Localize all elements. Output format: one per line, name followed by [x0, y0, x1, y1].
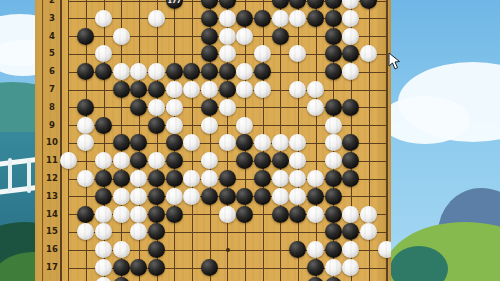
black-stone-c2r6[interactable] [77, 63, 94, 80]
white-stone-c4r6[interactable] [113, 63, 130, 80]
white-stone-c16r9[interactable] [325, 117, 342, 134]
black-stone-c16r6[interactable] [325, 63, 342, 80]
black-stone-c12r11[interactable] [254, 152, 271, 169]
black-stone-c14r16[interactable] [289, 241, 306, 258]
black-stone-c15r17[interactable] [307, 259, 324, 276]
white-stone-c10r3[interactable] [219, 10, 236, 27]
black-stone-c11r11[interactable] [236, 152, 253, 169]
white-stone-c3r3[interactable] [95, 10, 112, 27]
white-stone-c17r4[interactable] [342, 28, 359, 45]
black-stone-c7r11[interactable] [166, 152, 183, 169]
white-stone-c12r7[interactable] [254, 81, 271, 98]
black-stone-c10r7[interactable] [219, 81, 236, 98]
black-stone-c5r7[interactable] [130, 81, 147, 98]
black-stone-c9r3[interactable] [201, 10, 218, 27]
black-stone-c6r15[interactable] [148, 223, 165, 240]
black-stone-c9r17[interactable] [201, 259, 218, 276]
white-stone-c12r10[interactable] [254, 134, 271, 151]
black-stone-c18r2[interactable] [360, 0, 377, 9]
white-stone-c17r3[interactable] [342, 10, 359, 27]
black-stone-c3r9[interactable] [95, 117, 112, 134]
black-stone-c6r9[interactable] [148, 117, 165, 134]
black-stone-c16r15[interactable] [325, 223, 342, 240]
white-stone-c8r7[interactable] [183, 81, 200, 98]
white-stone-c9r7[interactable] [201, 81, 218, 98]
black-stone-c16r16[interactable] [325, 241, 342, 258]
black-stone-c16r13[interactable] [325, 188, 342, 205]
black-stone-c12r13[interactable] [254, 188, 271, 205]
black-stone-c9r4[interactable] [201, 28, 218, 45]
white-stone-c6r3[interactable] [148, 10, 165, 27]
white-stone-c3r14[interactable] [95, 206, 112, 223]
black-stone-c14r14[interactable] [289, 206, 306, 223]
white-stone-c4r11[interactable] [113, 152, 130, 169]
white-stone-c3r15[interactable] [95, 223, 112, 240]
white-stone-c3r17[interactable] [95, 259, 112, 276]
white-stone-c2r15[interactable] [77, 223, 94, 240]
row-label-9: 9 [43, 120, 61, 131]
row-label-10: 10 [43, 137, 61, 148]
white-stone-c17r17[interactable] [342, 259, 359, 276]
black-stone-c9r6[interactable] [201, 63, 218, 80]
cloud-right-2 [380, 96, 470, 144]
black-stone-c13r2[interactable] [272, 0, 289, 9]
row-label-6: 6 [43, 66, 61, 77]
row-label-5: 5 [43, 48, 61, 59]
white-stone-c14r12[interactable] [289, 170, 306, 187]
black-stone-c4r10[interactable] [113, 134, 130, 151]
black-stone-c13r11[interactable] [272, 152, 289, 169]
fence-post [8, 158, 12, 192]
black-stone-c12r12[interactable] [254, 170, 271, 187]
row-label-7: 7 [43, 84, 61, 95]
black-stone-c2r8[interactable] [77, 99, 94, 116]
white-stone-c18r5[interactable] [360, 45, 377, 62]
white-stone-c8r12[interactable] [183, 170, 200, 187]
white-stone-c11r7[interactable] [236, 81, 253, 98]
white-stone-c5r12[interactable] [130, 170, 147, 187]
black-stone-c15r2[interactable] [307, 0, 324, 9]
white-stone-c3r11[interactable] [95, 152, 112, 169]
white-stone-c16r11[interactable] [325, 152, 342, 169]
row-label-16: 16 [43, 244, 61, 255]
white-stone-c16r17[interactable] [325, 259, 342, 276]
row-label-8: 8 [43, 102, 61, 113]
black-stone-c4r18[interactable] [113, 277, 130, 281]
black-stone-c17r10[interactable] [342, 134, 359, 151]
white-stone-c15r8[interactable] [307, 99, 324, 116]
black-stone-c9r13[interactable] [201, 188, 218, 205]
white-stone-c3r5[interactable] [95, 45, 112, 62]
black-stone-c14r2[interactable] [289, 0, 306, 9]
row-label-3: 3 [43, 13, 61, 24]
black-stone-c11r10[interactable] [236, 134, 253, 151]
white-stone-c14r5[interactable] [289, 45, 306, 62]
black-stone-c10r2[interactable] [219, 0, 236, 9]
row-label-2: 2 [43, 0, 61, 6]
black-stone-c10r12[interactable] [219, 170, 236, 187]
black-stone-c16r4[interactable] [325, 28, 342, 45]
black-stone-c9r5[interactable] [201, 45, 218, 62]
white-stone-c9r9[interactable] [201, 117, 218, 134]
black-stone-c9r8[interactable] [201, 99, 218, 116]
white-stone-c14r11[interactable] [289, 152, 306, 169]
black-stone-c12r3[interactable] [254, 10, 271, 27]
mouse-cursor [388, 52, 401, 74]
white-stone-c15r14[interactable] [307, 206, 324, 223]
row-label-4: 4 [43, 31, 61, 42]
black-stone-c7r14[interactable] [166, 206, 183, 223]
white-stone-c2r10[interactable] [77, 134, 94, 151]
white-stone-c10r4[interactable] [219, 28, 236, 45]
black-stone-c9r2[interactable] [201, 0, 218, 9]
black-stone-c3r13[interactable] [95, 188, 112, 205]
white-stone-c12r5[interactable] [254, 45, 271, 62]
white-stone-c7r9[interactable] [166, 117, 183, 134]
white-stone-c8r13[interactable] [183, 188, 200, 205]
white-stone-c7r13[interactable] [166, 188, 183, 205]
white-stone-c11r4[interactable] [236, 28, 253, 45]
black-stone-c12r6[interactable] [254, 63, 271, 80]
black-stone-c5r10[interactable] [130, 134, 147, 151]
white-stone-c17r16[interactable] [342, 241, 359, 258]
black-stone-c6r16[interactable] [148, 241, 165, 258]
black-stone-c5r8[interactable] [130, 99, 147, 116]
black-stone-c4r12[interactable] [113, 170, 130, 187]
black-stone-c6r7[interactable] [148, 81, 165, 98]
white-stone-c10r10[interactable] [219, 134, 236, 151]
black-stone-c11r3[interactable] [236, 10, 253, 27]
white-stone-c13r3[interactable] [272, 10, 289, 27]
black-stone-c6r12[interactable] [148, 170, 165, 187]
white-stone-c5r6[interactable] [130, 63, 147, 80]
black-stone-c4r17[interactable] [113, 259, 130, 276]
black-stone-c16r12[interactable] [325, 170, 342, 187]
white-stone-c18r14[interactable] [360, 206, 377, 223]
black-stone-c5r17[interactable] [130, 259, 147, 276]
white-stone-c8r10[interactable] [183, 134, 200, 151]
white-stone-c17r2[interactable] [342, 0, 359, 9]
row-label-14: 14 [43, 209, 61, 220]
black-stone-c5r11[interactable] [130, 152, 147, 169]
last-move-number: 177 [167, 0, 181, 5]
white-stone-c4r16[interactable] [113, 241, 130, 258]
black-stone-c17r5[interactable] [342, 45, 359, 62]
white-stone-c10r8[interactable] [219, 99, 236, 116]
black-stone-c10r13[interactable] [219, 188, 236, 205]
black-stone-c7r12[interactable] [166, 170, 183, 187]
white-stone-c19r16[interactable] [378, 241, 391, 258]
white-stone-c3r18[interactable] [95, 277, 112, 281]
white-stone-c14r13[interactable] [289, 188, 306, 205]
black-stone-c15r3[interactable] [307, 10, 324, 27]
white-stone-c2r9[interactable] [77, 117, 94, 134]
go-board[interactable]: 23456789101112131415161718177 [35, 0, 391, 281]
black-stone-c15r13[interactable] [307, 188, 324, 205]
black-stone-c8r6[interactable] [183, 63, 200, 80]
white-stone-c4r4[interactable] [113, 28, 130, 45]
black-stone-c16r18[interactable] [325, 277, 342, 281]
star-point [226, 248, 230, 252]
white-stone-c14r10[interactable] [289, 134, 306, 151]
white-stone-c2r12[interactable] [77, 170, 94, 187]
white-stone-c14r3[interactable] [289, 10, 306, 27]
black-stone-c3r12[interactable] [95, 170, 112, 187]
black-stone-c2r4[interactable] [77, 28, 94, 45]
black-stone-c17r15[interactable] [342, 223, 359, 240]
white-stone-c13r12[interactable] [272, 170, 289, 187]
white-stone-c18r15[interactable] [360, 223, 377, 240]
grid-vline [316, 0, 317, 281]
white-stone-c5r15[interactable] [130, 223, 147, 240]
white-stone-c5r14[interactable] [130, 206, 147, 223]
white-stone-c4r13[interactable] [113, 188, 130, 205]
white-stone-c7r8[interactable] [166, 99, 183, 116]
row-label-15: 15 [43, 226, 61, 237]
black-stone-c15r18[interactable] [307, 277, 324, 281]
fence-post [27, 159, 31, 193]
black-stone-c6r17[interactable] [148, 259, 165, 276]
black-stone-c13r4[interactable] [272, 28, 289, 45]
white-stone-c6r8[interactable] [148, 99, 165, 116]
black-stone-c2r14[interactable] [77, 206, 94, 223]
black-stone-c17r11[interactable] [342, 152, 359, 169]
black-stone-c13r14[interactable] [272, 206, 289, 223]
black-stone-c4r7[interactable] [113, 81, 130, 98]
white-stone-c10r14[interactable] [219, 206, 236, 223]
black-stone-c17r8[interactable] [342, 99, 359, 116]
black-stone-c16r3[interactable] [325, 10, 342, 27]
black-stone-c6r13[interactable] [148, 188, 165, 205]
black-stone-c7r10[interactable] [166, 134, 183, 151]
black-stone-c16r14[interactable] [325, 206, 342, 223]
white-stone-c11r9[interactable] [236, 117, 253, 134]
white-stone-c10r5[interactable] [219, 45, 236, 62]
white-stone-c13r10[interactable] [272, 134, 289, 151]
white-stone-c15r16[interactable] [307, 241, 324, 258]
white-stone-c14r7[interactable] [289, 81, 306, 98]
white-stone-c3r16[interactable] [95, 241, 112, 258]
grid-vline [386, 0, 387, 281]
white-stone-c9r11[interactable] [201, 152, 218, 169]
row-label-17: 17 [43, 262, 61, 273]
white-stone-c15r7[interactable] [307, 81, 324, 98]
black-stone-c17r12[interactable] [342, 170, 359, 187]
grid-vline [68, 0, 69, 281]
white-stone-c11r6[interactable] [236, 63, 253, 80]
white-stone-c6r11[interactable] [148, 152, 165, 169]
white-stone-c13r13[interactable] [272, 188, 289, 205]
black-stone-c11r14[interactable] [236, 206, 253, 223]
black-stone-c16r5[interactable] [325, 45, 342, 62]
white-stone-c16r10[interactable] [325, 134, 342, 151]
black-stone-c16r2[interactable] [325, 0, 342, 9]
white-stone-c5r13[interactable] [130, 188, 147, 205]
black-stone-c7r6[interactable] [166, 63, 183, 80]
white-stone-c17r6[interactable] [342, 63, 359, 80]
black-stone-c10r6[interactable] [219, 63, 236, 80]
white-stone-c1r11[interactable] [60, 152, 77, 169]
row-label-11: 11 [43, 155, 61, 166]
black-stone-c7r2[interactable]: 177 [166, 0, 183, 9]
white-stone-c7r7[interactable] [166, 81, 183, 98]
black-stone-c16r8[interactable] [325, 99, 342, 116]
row-label-13: 13 [43, 191, 61, 202]
black-stone-c11r13[interactable] [236, 188, 253, 205]
white-stone-c4r14[interactable] [113, 206, 130, 223]
black-stone-c3r6[interactable] [95, 63, 112, 80]
white-stone-c15r12[interactable] [307, 170, 324, 187]
white-stone-c6r6[interactable] [148, 63, 165, 80]
white-stone-c17r14[interactable] [342, 206, 359, 223]
row-label-12: 12 [43, 173, 61, 184]
white-stone-c9r12[interactable] [201, 170, 218, 187]
black-stone-c6r14[interactable] [148, 206, 165, 223]
